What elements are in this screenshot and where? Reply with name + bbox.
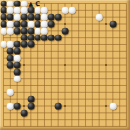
- black-stone: [27, 96, 34, 103]
- white-stone: [27, 21, 34, 28]
- star-point: [105, 64, 107, 66]
- go-board[interactable]: ▲C: [0, 0, 130, 130]
- white-stone: [7, 103, 14, 110]
- black-stone: [0, 7, 7, 14]
- white-stone: [41, 27, 48, 34]
- black-stone: [27, 27, 34, 34]
- white-stone: [14, 7, 21, 14]
- black-stone: [7, 62, 14, 69]
- white-stone: [68, 7, 75, 14]
- white-stone: [21, 7, 28, 14]
- white-stone: [96, 14, 103, 21]
- black-stone: [34, 21, 41, 28]
- white-stone: [34, 27, 41, 34]
- black-stone: [14, 27, 21, 34]
- black-stone: [21, 109, 28, 116]
- black-stone: [0, 0, 7, 7]
- black-stone: [109, 21, 116, 28]
- white-stone: [41, 21, 48, 28]
- white-stone: [14, 55, 21, 62]
- white-stone: [109, 103, 116, 110]
- black-stone: [48, 21, 55, 28]
- black-stone: [14, 103, 21, 110]
- black-stone: [55, 34, 62, 41]
- white-stone: [7, 0, 14, 7]
- white-stone: [14, 75, 21, 82]
- black-stone: [41, 34, 48, 41]
- black-stone: [27, 103, 34, 110]
- black-stone: [48, 14, 55, 21]
- black-stone: [27, 34, 34, 41]
- black-stone: [14, 62, 21, 69]
- black-stone: [48, 34, 55, 41]
- black-stone: [27, 14, 34, 21]
- star-point: [105, 105, 107, 107]
- white-stone: [0, 41, 7, 48]
- black-stone: [21, 14, 28, 21]
- white-stone: [7, 21, 14, 28]
- black-stone: [62, 27, 69, 34]
- white-stone: [34, 7, 41, 14]
- star-point: [64, 23, 66, 25]
- star-point: [64, 64, 66, 66]
- black-stone: [21, 34, 28, 41]
- black-stone: [34, 14, 41, 21]
- black-stone: [27, 41, 34, 48]
- black-stone: [34, 34, 41, 41]
- white-stone: [21, 0, 28, 7]
- triangle-mark: ▲: [28, 0, 33, 7]
- black-stone: [21, 27, 28, 34]
- black-stone: [14, 41, 21, 48]
- black-stone: [14, 21, 21, 28]
- star-point: [23, 105, 25, 107]
- white-stone: [7, 89, 14, 96]
- white-stone: [7, 27, 14, 34]
- black-stone: [55, 14, 62, 21]
- black-stone: [14, 68, 21, 75]
- black-stone: [21, 41, 28, 48]
- black-stone: [27, 7, 34, 14]
- black-stone: [7, 14, 14, 21]
- letter-label: C: [35, 0, 40, 7]
- star-point: [64, 105, 66, 107]
- black-stone: [7, 55, 14, 62]
- black-stone: [0, 14, 7, 21]
- white-stone: [14, 14, 21, 21]
- black-stone: [7, 48, 14, 55]
- star-point: [105, 23, 107, 25]
- black-stone: [14, 0, 21, 7]
- black-stone: [55, 103, 62, 110]
- white-stone: [7, 7, 14, 14]
- white-stone: [0, 27, 7, 34]
- white-stone: [41, 14, 48, 21]
- white-stone: [41, 7, 48, 14]
- white-stone: [7, 41, 14, 48]
- black-stone: [21, 21, 28, 28]
- black-stone: [14, 48, 21, 55]
- white-stone: [62, 7, 69, 14]
- black-stone: [0, 21, 7, 28]
- star-point: [23, 64, 25, 66]
